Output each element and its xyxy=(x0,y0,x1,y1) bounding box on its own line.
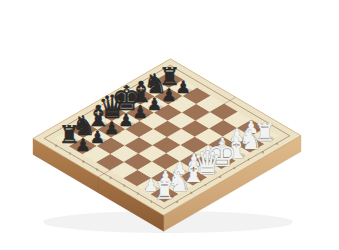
piece-black-pawn-h7[interactable]: ♟ xyxy=(175,77,190,97)
coord-rank-label: 8 xyxy=(55,144,57,148)
coord-file-label: h xyxy=(276,142,278,146)
piece-black-pawn-g7[interactable]: ♟ xyxy=(161,85,176,105)
coord-rank-label: 4 xyxy=(110,176,112,180)
piece-black-pawn-d7[interactable]: ♟ xyxy=(118,110,133,130)
coord-rank-label: 3 xyxy=(123,184,125,188)
coord-rank-label: 2 xyxy=(137,192,139,196)
coord-rank-label: 7 xyxy=(69,152,71,156)
chessboard: 87654321abcdefgh♜♟♞♟♝♟♚♟♛♟♝♟♟♞♜♟♟♜♞♟♟♝♟♚… xyxy=(0,0,339,250)
piece-black-pawn-c7[interactable]: ♟ xyxy=(104,118,119,138)
coord-rank-label: 1 xyxy=(150,200,152,204)
piece-black-pawn-e7[interactable]: ♟ xyxy=(133,102,148,122)
chessboard-scene: 87654321abcdefgh♜♟♞♟♝♟♚♟♛♟♝♟♟♞♜♟♟♜♞♟♟♝♟♚… xyxy=(0,0,339,250)
piece-black-pawn-f7[interactable]: ♟ xyxy=(147,94,162,114)
piece-black-pawn-b7[interactable]: ♟ xyxy=(90,127,105,147)
piece-white-rook-a1[interactable]: ♜ xyxy=(154,177,176,205)
coord-file-label: a xyxy=(176,200,178,204)
coord-rank-label: 5 xyxy=(96,168,98,172)
piece-black-pawn-a7[interactable]: ♟ xyxy=(75,135,90,155)
coord-rank-label: 6 xyxy=(82,160,84,164)
